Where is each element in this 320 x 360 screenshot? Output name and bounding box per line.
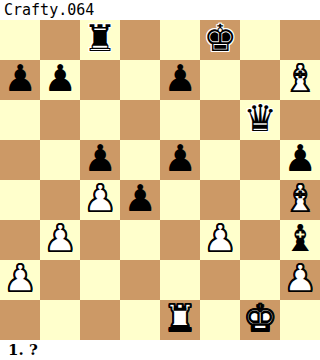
square-f6[interactable] — [200, 100, 240, 140]
square-h5[interactable]: ♟ — [280, 140, 320, 180]
square-g6[interactable]: ♛ — [240, 100, 280, 140]
square-b2[interactable] — [40, 260, 80, 300]
square-e5[interactable]: ♟ — [160, 140, 200, 180]
square-g8[interactable] — [240, 20, 280, 60]
black-king-piece[interactable]: ♚ — [203, 20, 236, 59]
black-bishop-piece[interactable]: ♝ — [283, 220, 316, 259]
square-h7[interactable]: ♝ — [280, 60, 320, 100]
square-g4[interactable] — [240, 180, 280, 220]
square-c7[interactable] — [80, 60, 120, 100]
white-rook-piece[interactable]: ♜ — [163, 300, 196, 339]
white-king-piece[interactable]: ♚ — [243, 300, 276, 339]
square-d2[interactable] — [120, 260, 160, 300]
square-d7[interactable] — [120, 60, 160, 100]
black-pawn-piece[interactable]: ♟ — [83, 140, 116, 179]
square-b4[interactable] — [40, 180, 80, 220]
square-c8[interactable]: ♜ — [80, 20, 120, 60]
square-b8[interactable] — [40, 20, 80, 60]
black-rook-piece[interactable]: ♜ — [83, 20, 116, 59]
square-c5[interactable]: ♟ — [80, 140, 120, 180]
square-d8[interactable] — [120, 20, 160, 60]
square-a3[interactable] — [0, 220, 40, 260]
white-bishop-piece[interactable]: ♝ — [283, 180, 316, 219]
square-b6[interactable] — [40, 100, 80, 140]
titlebar: Crafty.064 — [0, 0, 320, 20]
square-e6[interactable] — [160, 100, 200, 140]
square-e7[interactable]: ♟ — [160, 60, 200, 100]
statusbar: 1. ? — [0, 340, 320, 360]
black-pawn-piece[interactable]: ♟ — [163, 60, 196, 99]
square-h6[interactable] — [280, 100, 320, 140]
square-d3[interactable] — [120, 220, 160, 260]
square-b5[interactable] — [40, 140, 80, 180]
square-d5[interactable] — [120, 140, 160, 180]
square-h4[interactable]: ♝ — [280, 180, 320, 220]
square-f1[interactable] — [200, 300, 240, 340]
square-c2[interactable] — [80, 260, 120, 300]
square-g5[interactable] — [240, 140, 280, 180]
square-f8[interactable]: ♚ — [200, 20, 240, 60]
square-a6[interactable] — [0, 100, 40, 140]
black-pawn-piece[interactable]: ♟ — [123, 180, 156, 219]
square-a8[interactable] — [0, 20, 40, 60]
square-d4[interactable]: ♟ — [120, 180, 160, 220]
square-h2[interactable]: ♟ — [280, 260, 320, 300]
black-pawn-piece[interactable]: ♟ — [283, 140, 316, 179]
square-e8[interactable] — [160, 20, 200, 60]
square-a5[interactable] — [0, 140, 40, 180]
white-pawn-piece[interactable]: ♟ — [3, 260, 36, 299]
square-c1[interactable] — [80, 300, 120, 340]
chess-app-window: Crafty.064 ♜♚♟♟♟♝♛♟♟♟♟♟♝♟♟♝♟♟♜♚ 1. ? — [0, 0, 320, 360]
square-a2[interactable]: ♟ — [0, 260, 40, 300]
move-prompt: 1. ? — [8, 340, 38, 360]
square-f7[interactable] — [200, 60, 240, 100]
white-pawn-piece[interactable]: ♟ — [283, 260, 316, 299]
square-a1[interactable] — [0, 300, 40, 340]
square-b1[interactable] — [40, 300, 80, 340]
square-b7[interactable]: ♟ — [40, 60, 80, 100]
square-h8[interactable] — [280, 20, 320, 60]
black-pawn-piece[interactable]: ♟ — [43, 60, 76, 99]
square-c6[interactable] — [80, 100, 120, 140]
white-pawn-piece[interactable]: ♟ — [203, 220, 236, 259]
square-e1[interactable]: ♜ — [160, 300, 200, 340]
square-a4[interactable] — [0, 180, 40, 220]
square-h1[interactable] — [280, 300, 320, 340]
square-f4[interactable] — [200, 180, 240, 220]
square-h3[interactable]: ♝ — [280, 220, 320, 260]
square-g3[interactable] — [240, 220, 280, 260]
square-f3[interactable]: ♟ — [200, 220, 240, 260]
square-c3[interactable] — [80, 220, 120, 260]
square-g2[interactable] — [240, 260, 280, 300]
square-b3[interactable]: ♟ — [40, 220, 80, 260]
square-f2[interactable] — [200, 260, 240, 300]
black-pawn-piece[interactable]: ♟ — [3, 60, 36, 99]
square-d6[interactable] — [120, 100, 160, 140]
square-f5[interactable] — [200, 140, 240, 180]
white-pawn-piece[interactable]: ♟ — [83, 180, 116, 219]
square-g7[interactable] — [240, 60, 280, 100]
square-e3[interactable] — [160, 220, 200, 260]
square-c4[interactable]: ♟ — [80, 180, 120, 220]
window-title: Crafty.064 — [4, 0, 94, 20]
square-e4[interactable] — [160, 180, 200, 220]
white-pawn-piece[interactable]: ♟ — [43, 220, 76, 259]
square-a7[interactable]: ♟ — [0, 60, 40, 100]
white-bishop-piece[interactable]: ♝ — [283, 60, 316, 99]
square-g1[interactable]: ♚ — [240, 300, 280, 340]
square-e2[interactable] — [160, 260, 200, 300]
black-pawn-piece[interactable]: ♟ — [163, 140, 196, 179]
black-queen-piece[interactable]: ♛ — [243, 100, 276, 139]
chess-board: ♜♚♟♟♟♝♛♟♟♟♟♟♝♟♟♝♟♟♜♚ — [0, 20, 320, 340]
square-d1[interactable] — [120, 300, 160, 340]
